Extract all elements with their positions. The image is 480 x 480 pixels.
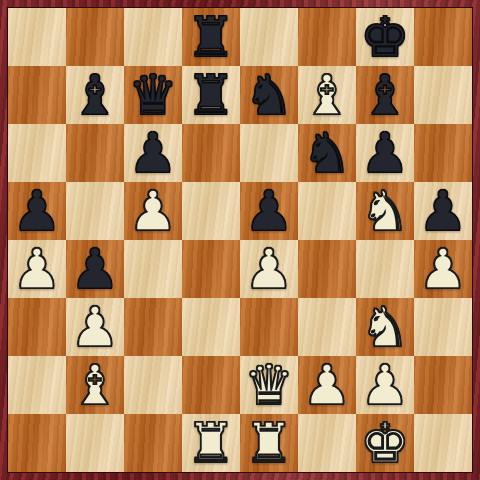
square-e8[interactable] xyxy=(240,8,298,66)
square-b6[interactable] xyxy=(66,124,124,182)
square-e1[interactable]: ♜ xyxy=(240,414,298,472)
square-d2[interactable] xyxy=(182,356,240,414)
square-c1[interactable] xyxy=(124,414,182,472)
square-h3[interactable] xyxy=(414,298,472,356)
square-g8[interactable]: ♚ xyxy=(356,8,414,66)
piece-black-pawn[interactable]: ♟ xyxy=(360,124,409,182)
square-d1[interactable]: ♜ xyxy=(182,414,240,472)
square-g1[interactable]: ♚ xyxy=(356,414,414,472)
square-c3[interactable] xyxy=(124,298,182,356)
square-d4[interactable] xyxy=(182,240,240,298)
square-b2[interactable]: ♝ xyxy=(66,356,124,414)
square-f2[interactable]: ♟ xyxy=(298,356,356,414)
piece-white-knight[interactable]: ♞ xyxy=(360,298,409,356)
square-b3[interactable]: ♟ xyxy=(66,298,124,356)
square-a3[interactable] xyxy=(8,298,66,356)
piece-black-rook[interactable]: ♜ xyxy=(186,8,235,66)
square-d6[interactable] xyxy=(182,124,240,182)
square-f3[interactable] xyxy=(298,298,356,356)
square-d8[interactable]: ♜ xyxy=(182,8,240,66)
square-d7[interactable]: ♜ xyxy=(182,66,240,124)
square-g2[interactable]: ♟ xyxy=(356,356,414,414)
square-a7[interactable] xyxy=(8,66,66,124)
square-f4[interactable] xyxy=(298,240,356,298)
piece-black-pawn[interactable]: ♟ xyxy=(244,182,293,240)
square-h7[interactable] xyxy=(414,66,472,124)
square-e7[interactable]: ♞ xyxy=(240,66,298,124)
piece-white-rook[interactable]: ♜ xyxy=(244,414,293,472)
square-c4[interactable] xyxy=(124,240,182,298)
piece-white-rook[interactable]: ♜ xyxy=(186,414,235,472)
square-f6[interactable]: ♞ xyxy=(298,124,356,182)
piece-black-king[interactable]: ♚ xyxy=(360,8,409,66)
square-f7[interactable]: ♝ xyxy=(298,66,356,124)
chess-board: ♜♚♝♛♜♞♝♝♟♞♟♟♟♟♞♟♟♟♟♟♟♞♝♛♟♟♜♜♚ xyxy=(8,8,472,472)
square-b1[interactable] xyxy=(66,414,124,472)
square-f1[interactable] xyxy=(298,414,356,472)
piece-black-bishop[interactable]: ♝ xyxy=(360,66,409,124)
square-d3[interactable] xyxy=(182,298,240,356)
piece-white-pawn[interactable]: ♟ xyxy=(70,298,119,356)
square-h1[interactable] xyxy=(414,414,472,472)
piece-black-queen[interactable]: ♛ xyxy=(128,66,177,124)
square-g5[interactable]: ♞ xyxy=(356,182,414,240)
square-h2[interactable] xyxy=(414,356,472,414)
square-c5[interactable]: ♟ xyxy=(124,182,182,240)
square-h5[interactable]: ♟ xyxy=(414,182,472,240)
square-a6[interactable] xyxy=(8,124,66,182)
piece-black-pawn[interactable]: ♟ xyxy=(128,124,177,182)
square-h6[interactable] xyxy=(414,124,472,182)
square-c6[interactable]: ♟ xyxy=(124,124,182,182)
square-a5[interactable]: ♟ xyxy=(8,182,66,240)
square-g4[interactable] xyxy=(356,240,414,298)
piece-black-knight[interactable]: ♞ xyxy=(244,66,293,124)
square-c8[interactable] xyxy=(124,8,182,66)
piece-black-pawn[interactable]: ♟ xyxy=(12,182,61,240)
square-g7[interactable]: ♝ xyxy=(356,66,414,124)
square-c2[interactable] xyxy=(124,356,182,414)
square-h8[interactable] xyxy=(414,8,472,66)
square-a8[interactable] xyxy=(8,8,66,66)
square-a4[interactable]: ♟ xyxy=(8,240,66,298)
square-b8[interactable] xyxy=(66,8,124,66)
square-g3[interactable]: ♞ xyxy=(356,298,414,356)
square-f8[interactable] xyxy=(298,8,356,66)
piece-white-pawn[interactable]: ♟ xyxy=(244,240,293,298)
square-d5[interactable] xyxy=(182,182,240,240)
square-a2[interactable] xyxy=(8,356,66,414)
piece-black-pawn[interactable]: ♟ xyxy=(418,182,467,240)
square-e5[interactable]: ♟ xyxy=(240,182,298,240)
piece-white-bishop[interactable]: ♝ xyxy=(70,356,119,414)
piece-black-pawn[interactable]: ♟ xyxy=(70,240,119,298)
piece-white-king[interactable]: ♚ xyxy=(360,414,409,472)
piece-black-knight[interactable]: ♞ xyxy=(302,124,351,182)
piece-white-bishop[interactable]: ♝ xyxy=(302,66,351,124)
piece-black-rook[interactable]: ♜ xyxy=(186,66,235,124)
piece-white-pawn[interactable]: ♟ xyxy=(12,240,61,298)
square-e3[interactable] xyxy=(240,298,298,356)
piece-white-queen[interactable]: ♛ xyxy=(244,356,293,414)
square-g6[interactable]: ♟ xyxy=(356,124,414,182)
square-e4[interactable]: ♟ xyxy=(240,240,298,298)
square-b4[interactable]: ♟ xyxy=(66,240,124,298)
square-e2[interactable]: ♛ xyxy=(240,356,298,414)
square-c7[interactable]: ♛ xyxy=(124,66,182,124)
square-a1[interactable] xyxy=(8,414,66,472)
board-frame: ♜♚♝♛♜♞♝♝♟♞♟♟♟♟♞♟♟♟♟♟♟♞♝♛♟♟♜♜♚ xyxy=(0,0,480,480)
piece-white-knight[interactable]: ♞ xyxy=(360,182,409,240)
square-h4[interactable]: ♟ xyxy=(414,240,472,298)
square-e6[interactable] xyxy=(240,124,298,182)
piece-white-pawn[interactable]: ♟ xyxy=(360,356,409,414)
square-b7[interactable]: ♝ xyxy=(66,66,124,124)
piece-white-pawn[interactable]: ♟ xyxy=(128,182,177,240)
square-b5[interactable] xyxy=(66,182,124,240)
piece-white-pawn[interactable]: ♟ xyxy=(418,240,467,298)
square-f5[interactable] xyxy=(298,182,356,240)
piece-black-bishop[interactable]: ♝ xyxy=(70,66,119,124)
piece-white-pawn[interactable]: ♟ xyxy=(302,356,351,414)
